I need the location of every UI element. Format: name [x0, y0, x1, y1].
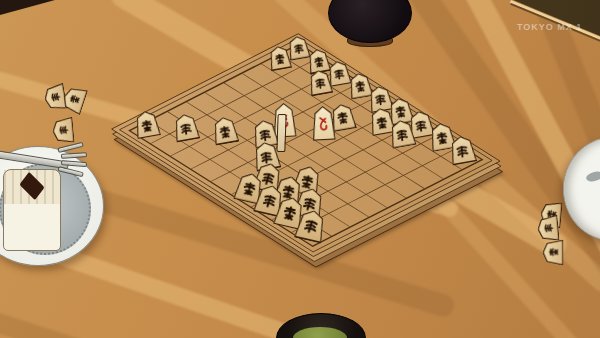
board-cell[interactable] — [230, 163, 269, 185]
board-cell[interactable] — [244, 86, 283, 108]
board-cell[interactable] — [345, 150, 384, 172]
board-cell[interactable] — [325, 137, 364, 159]
board-cell[interactable] — [283, 89, 322, 111]
board-cell[interactable] — [328, 182, 367, 204]
board-cell[interactable] — [381, 109, 420, 131]
board-cell[interactable] — [301, 57, 340, 79]
board-cell[interactable] — [305, 124, 344, 146]
fork-tine — [61, 152, 87, 159]
board-cell[interactable] — [330, 204, 369, 226]
board-cell[interactable] — [322, 93, 361, 115]
board-cell[interactable] — [304, 102, 343, 124]
board-cell[interactable] — [364, 140, 403, 162]
board-cell[interactable] — [190, 137, 229, 159]
anime-shogi-scene: TOKYO MX 1 — [0, 0, 600, 338]
board-cell[interactable] — [170, 124, 209, 146]
board-cell[interactable] — [212, 172, 251, 194]
board-cell[interactable] — [188, 115, 227, 137]
board-cell[interactable] — [367, 185, 406, 207]
fork[interactable] — [0, 140, 100, 180]
fork-tine — [57, 142, 83, 153]
board-cell[interactable] — [311, 214, 350, 236]
board-cell[interactable] — [442, 147, 481, 169]
board-cell[interactable] — [386, 175, 425, 197]
board-cell[interactable] — [250, 175, 289, 197]
board-cell[interactable] — [149, 112, 188, 134]
board-cell[interactable] — [366, 163, 405, 185]
board-cell[interactable] — [285, 112, 324, 134]
board-cell[interactable] — [269, 166, 308, 188]
board-cell[interactable] — [272, 210, 311, 232]
folded-fan[interactable] — [276, 114, 286, 152]
board-cell[interactable] — [291, 201, 330, 223]
board-cell[interactable] — [243, 64, 282, 86]
board-cell[interactable] — [252, 198, 291, 220]
broadcaster-watermark: TOKYO MX 1 — [517, 22, 582, 32]
plate-smudge — [585, 170, 600, 183]
board-cell[interactable] — [307, 147, 346, 169]
board-cell[interactable] — [289, 179, 328, 201]
board-cell[interactable] — [383, 131, 422, 153]
green-tea — [293, 327, 347, 338]
board-cell[interactable] — [271, 188, 310, 210]
board-cell[interactable] — [361, 96, 400, 118]
board-cell[interactable] — [423, 156, 462, 178]
board-cell[interactable] — [263, 77, 302, 99]
board-cell[interactable] — [344, 128, 383, 150]
board-cell[interactable] — [310, 191, 349, 213]
board-cell[interactable] — [191, 159, 230, 181]
cake-slice — [3, 169, 61, 251]
board-cell[interactable] — [226, 96, 265, 118]
board-cell[interactable] — [229, 140, 268, 162]
board-cell[interactable] — [168, 102, 207, 124]
board-cell[interactable] — [282, 67, 321, 89]
board-cell[interactable] — [224, 73, 263, 95]
board-cell[interactable] — [227, 118, 266, 140]
board-cell[interactable] — [347, 172, 386, 194]
board-cell[interactable] — [206, 83, 245, 105]
board-cell[interactable] — [292, 223, 331, 245]
board-cell[interactable] — [288, 156, 327, 178]
board-cell[interactable] — [209, 128, 248, 150]
board-cell[interactable] — [342, 105, 381, 127]
board-cell[interactable] — [327, 159, 366, 181]
board-cell[interactable] — [171, 147, 210, 169]
board-cell[interactable] — [348, 195, 387, 217]
board-cell[interactable] — [187, 92, 226, 114]
board-cell[interactable] — [207, 105, 246, 127]
board-cell[interactable] — [268, 144, 307, 166]
board-cell[interactable] — [131, 121, 170, 143]
board-cell[interactable] — [210, 150, 249, 172]
board-cell[interactable] — [262, 54, 301, 76]
board-cell[interactable] — [384, 153, 423, 175]
board-cell[interactable] — [403, 144, 442, 166]
board-cell[interactable] — [321, 70, 360, 92]
fork-tine — [57, 166, 83, 177]
board-cell[interactable] — [280, 45, 319, 67]
board-cell[interactable] — [402, 121, 441, 143]
board-cell[interactable] — [422, 134, 461, 156]
board-cell[interactable] — [341, 83, 380, 105]
board-cell[interactable] — [286, 134, 325, 156]
board-cell[interactable] — [405, 166, 444, 188]
board-cell[interactable] — [308, 169, 347, 191]
board-cell[interactable] — [151, 134, 190, 156]
board-cell[interactable] — [324, 115, 363, 137]
board-cell[interactable] — [232, 185, 271, 207]
board-cell[interactable] — [302, 80, 341, 102]
board-cell[interactable] — [249, 153, 288, 175]
board-cell[interactable] — [363, 118, 402, 140]
